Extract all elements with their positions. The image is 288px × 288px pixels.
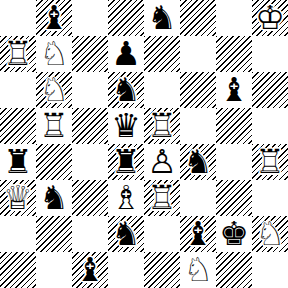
square-f8[interactable] — [180, 0, 216, 36]
square-b8[interactable]: ♝♝ — [36, 0, 72, 36]
square-a4[interactable]: ♜♜ — [0, 144, 36, 180]
piece-black-bishop: ♝ — [72, 252, 108, 288]
square-d4[interactable]: ♜♜ — [108, 144, 144, 180]
piece-white-pawn: ♙ — [144, 144, 180, 180]
square-g7[interactable] — [216, 36, 252, 72]
square-f3[interactable] — [180, 180, 216, 216]
piece-black-knight: ♞ — [180, 144, 216, 180]
square-g5[interactable] — [216, 108, 252, 144]
square-e8[interactable]: ♞♞ — [144, 0, 180, 36]
piece-white-knight: ♘ — [180, 252, 216, 288]
square-a7[interactable]: ♜♖ — [0, 36, 36, 72]
square-e7[interactable] — [144, 36, 180, 72]
piece-white-king: ♔ — [252, 0, 288, 36]
square-a8[interactable] — [0, 0, 36, 36]
square-h8[interactable]: ♚♔ — [252, 0, 288, 36]
piece-black-bishop: ♝ — [180, 216, 216, 252]
square-f2[interactable]: ♝♝ — [180, 216, 216, 252]
square-f7[interactable] — [180, 36, 216, 72]
piece-black-pawn: ♟ — [108, 36, 144, 72]
square-g2[interactable]: ♚♚ — [216, 216, 252, 252]
square-h3[interactable] — [252, 180, 288, 216]
square-h5[interactable] — [252, 108, 288, 144]
square-c3[interactable] — [72, 180, 108, 216]
piece-white-rook: ♖ — [144, 180, 180, 216]
square-d1[interactable] — [108, 252, 144, 288]
square-b5[interactable]: ♜♖ — [36, 108, 72, 144]
square-h2[interactable]: ♞♘ — [252, 216, 288, 252]
square-e3[interactable]: ♜♖ — [144, 180, 180, 216]
square-b1[interactable] — [36, 252, 72, 288]
square-h6[interactable] — [252, 72, 288, 108]
square-b2[interactable] — [36, 216, 72, 252]
piece-white-bishop: ♗ — [108, 180, 144, 216]
square-f6[interactable] — [180, 72, 216, 108]
square-f5[interactable] — [180, 108, 216, 144]
square-h1[interactable] — [252, 252, 288, 288]
square-b3[interactable]: ♞♞ — [36, 180, 72, 216]
square-e6[interactable] — [144, 72, 180, 108]
square-f4[interactable]: ♞♞ — [180, 144, 216, 180]
square-a5[interactable] — [0, 108, 36, 144]
square-a2[interactable] — [0, 216, 36, 252]
chess-board: ♝♝♞♞♚♔♜♖♞♘♟♟♞♘♞♞♝♝♜♖♛♛♜♖♜♜♜♜♟♙♞♞♜♖♛♕♞♞♝♗… — [0, 0, 288, 288]
square-g8[interactable] — [216, 0, 252, 36]
piece-black-knight: ♞ — [36, 180, 72, 216]
piece-black-rook: ♜ — [108, 144, 144, 180]
square-h7[interactable] — [252, 36, 288, 72]
square-g1[interactable] — [216, 252, 252, 288]
square-f1[interactable]: ♞♘ — [180, 252, 216, 288]
square-h4[interactable]: ♜♖ — [252, 144, 288, 180]
piece-black-bishop: ♝ — [36, 0, 72, 36]
piece-white-rook: ♖ — [36, 108, 72, 144]
square-c6[interactable] — [72, 72, 108, 108]
square-d5[interactable]: ♛♛ — [108, 108, 144, 144]
square-b4[interactable] — [36, 144, 72, 180]
piece-black-bishop: ♝ — [216, 72, 252, 108]
square-e1[interactable] — [144, 252, 180, 288]
square-c2[interactable] — [72, 216, 108, 252]
square-c7[interactable] — [72, 36, 108, 72]
square-a6[interactable] — [0, 72, 36, 108]
square-c8[interactable] — [72, 0, 108, 36]
piece-black-rook: ♜ — [0, 144, 36, 180]
square-b6[interactable]: ♞♘ — [36, 72, 72, 108]
piece-white-knight: ♘ — [252, 216, 288, 252]
piece-white-knight: ♘ — [36, 36, 72, 72]
piece-black-knight: ♞ — [108, 216, 144, 252]
square-d2[interactable]: ♞♞ — [108, 216, 144, 252]
piece-black-knight: ♞ — [144, 0, 180, 36]
square-g4[interactable] — [216, 144, 252, 180]
square-d3[interactable]: ♝♗ — [108, 180, 144, 216]
square-e4[interactable]: ♟♙ — [144, 144, 180, 180]
square-e5[interactable]: ♜♖ — [144, 108, 180, 144]
square-a1[interactable] — [0, 252, 36, 288]
square-g6[interactable]: ♝♝ — [216, 72, 252, 108]
piece-black-king: ♚ — [216, 216, 252, 252]
square-d7[interactable]: ♟♟ — [108, 36, 144, 72]
piece-white-rook: ♖ — [0, 36, 36, 72]
square-g3[interactable] — [216, 180, 252, 216]
piece-white-rook: ♖ — [144, 108, 180, 144]
square-b7[interactable]: ♞♘ — [36, 36, 72, 72]
square-c1[interactable]: ♝♝ — [72, 252, 108, 288]
square-d6[interactable]: ♞♞ — [108, 72, 144, 108]
square-d8[interactable] — [108, 0, 144, 36]
piece-white-rook: ♖ — [252, 144, 288, 180]
square-e2[interactable] — [144, 216, 180, 252]
square-c5[interactable] — [72, 108, 108, 144]
piece-black-queen: ♛ — [108, 108, 144, 144]
piece-white-knight: ♘ — [36, 72, 72, 108]
piece-black-knight: ♞ — [108, 72, 144, 108]
square-a3[interactable]: ♛♕ — [0, 180, 36, 216]
square-c4[interactable] — [72, 144, 108, 180]
piece-white-queen: ♕ — [0, 180, 36, 216]
